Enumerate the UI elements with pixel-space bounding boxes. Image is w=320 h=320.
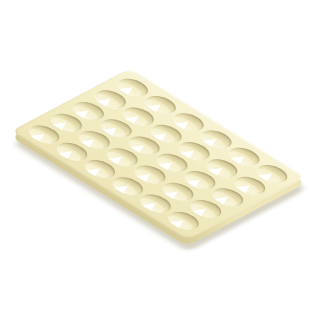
cavity-notch-hole [170, 218, 188, 229]
cavity-notch-hole [142, 200, 160, 211]
product-photo [0, 0, 320, 320]
cavity-notch-hole [58, 148, 76, 159]
cavity-grid [11, 68, 306, 240]
cavity-notch-hole [86, 166, 104, 177]
cavity-notch-hole [114, 183, 132, 194]
mold-tray [11, 68, 306, 240]
cavity-notch-hole [30, 131, 48, 142]
